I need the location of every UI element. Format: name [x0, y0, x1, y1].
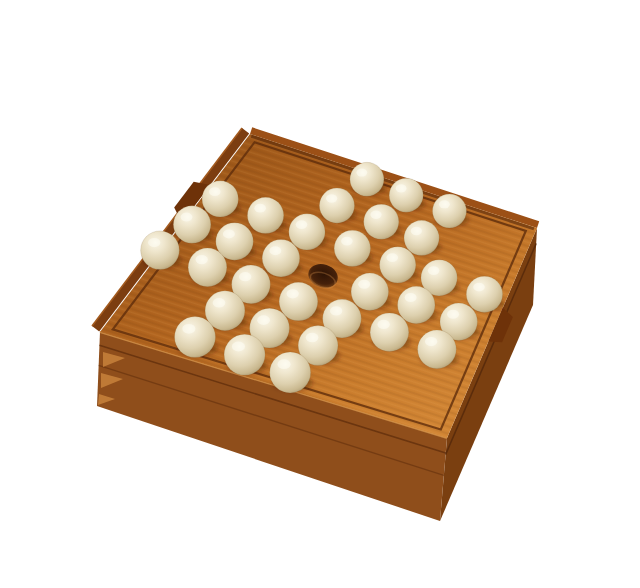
marble-highlight — [356, 168, 367, 176]
marble-highlight — [326, 194, 337, 202]
marble-highlight — [396, 184, 407, 192]
marble-highlight — [213, 298, 226, 308]
marble-body — [364, 204, 399, 239]
solitaire-board — [0, 0, 640, 588]
marble-body — [262, 239, 300, 277]
marble-highlight — [239, 272, 251, 281]
marble-highlight — [447, 310, 459, 319]
marble-highlight — [269, 246, 281, 255]
marble-highlight — [277, 359, 290, 369]
product-photo-canvas — [0, 0, 640, 588]
marble-highlight — [425, 337, 437, 346]
marble-body — [224, 334, 265, 375]
marble-body — [247, 197, 283, 233]
marble-body — [466, 276, 502, 312]
marble-highlight — [148, 238, 160, 247]
marble-highlight — [370, 211, 381, 219]
marble-body — [418, 330, 457, 369]
marble-body — [389, 178, 423, 212]
marble-r1c[interactable] — [350, 162, 386, 196]
marble-highlight — [180, 213, 192, 222]
marble-highlight — [428, 266, 440, 275]
marble-highlight — [306, 333, 319, 343]
marble-body — [351, 273, 389, 311]
marble-highlight — [257, 315, 270, 325]
marble-highlight — [341, 237, 353, 246]
marble-highlight — [473, 283, 485, 292]
marble-body — [175, 317, 216, 358]
marble-body — [270, 352, 311, 393]
marble-highlight — [358, 280, 370, 289]
marble-body — [173, 206, 211, 244]
marble-highlight — [223, 229, 235, 238]
marble-body — [319, 188, 354, 223]
marble-highlight — [209, 187, 221, 196]
marble-body — [404, 220, 439, 255]
marble-body — [432, 194, 466, 228]
marble-body — [380, 247, 416, 283]
marble-highlight — [330, 306, 342, 315]
marble-highlight — [196, 255, 208, 264]
marble-body — [334, 230, 370, 266]
marble-highlight — [182, 324, 195, 334]
marble-body — [370, 313, 409, 352]
marble-highlight — [296, 220, 308, 229]
marble-body — [188, 248, 227, 287]
marble-highlight — [254, 204, 266, 213]
marble-highlight — [405, 293, 417, 302]
marble-highlight — [386, 253, 398, 262]
marble-body — [202, 181, 238, 217]
marble-highlight — [286, 289, 298, 298]
marble-highlight — [411, 227, 422, 235]
marble-body — [350, 162, 384, 196]
marble-highlight — [232, 342, 245, 352]
marble-body — [141, 231, 180, 270]
marble-highlight — [439, 200, 450, 208]
marble-body — [398, 286, 436, 324]
marble-highlight — [377, 320, 389, 329]
